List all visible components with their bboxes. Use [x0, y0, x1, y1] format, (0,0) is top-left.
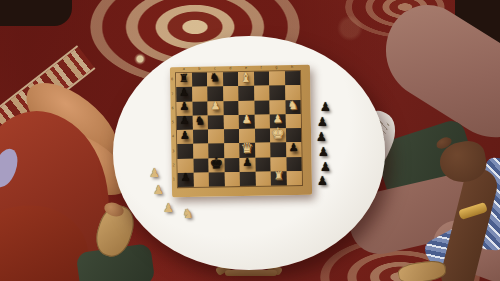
square-f5[interactable] [254, 114, 270, 129]
square-d2[interactable] [224, 158, 240, 173]
square-g4[interactable]: ♚ [270, 128, 286, 143]
square-f2[interactable] [255, 157, 271, 172]
square-h5[interactable] [285, 114, 301, 129]
square-b3[interactable] [193, 144, 209, 159]
file-label: g [275, 66, 277, 70]
white-k-piece[interactable]: ♚ [270, 126, 286, 141]
file-label: d [229, 67, 231, 71]
rank-label: 7 [171, 93, 175, 97]
square-b8[interactable] [191, 73, 207, 88]
black-p-piece[interactable]: ♟ [177, 114, 193, 129]
rank-label: 2 [173, 164, 177, 168]
square-h1[interactable] [286, 171, 302, 186]
square-f4[interactable] [254, 128, 270, 143]
white-r-piece[interactable]: ♜ [271, 169, 287, 184]
rank-label: 5 [172, 121, 176, 125]
square-e7[interactable] [238, 86, 254, 101]
square-h2[interactable] [286, 156, 302, 171]
black-n-piece[interactable]: ♞ [192, 113, 208, 128]
shadow-top-left [0, 0, 72, 26]
square-f6[interactable] [254, 100, 270, 115]
square-e5[interactable]: ♟ [239, 115, 255, 130]
rank-label: 6 [172, 107, 176, 111]
rank-label: 1 [173, 178, 177, 182]
black-p-piece[interactable]: ♟ [176, 85, 192, 100]
square-f8[interactable] [253, 72, 269, 87]
white-n-piece[interactable]: ♞ [285, 97, 301, 112]
square-e2[interactable]: ♟ [239, 157, 255, 172]
square-f7[interactable] [254, 86, 270, 101]
white-p-piece[interactable]: ♟ [207, 99, 223, 114]
captured-white-piece: ♞ [182, 206, 194, 221]
square-b5[interactable]: ♞ [192, 115, 208, 130]
square-f3[interactable] [255, 143, 271, 158]
captured-white-piece: ♟ [153, 183, 164, 197]
chessboard[interactable]: 87654321 abcdefgh ♜♞♝♟♟♟♞♟♞♟♟♟♚♛♟♚♟♟♜ [170, 65, 312, 197]
rug-rosette [133, 52, 147, 66]
square-c6[interactable]: ♟ [207, 101, 223, 116]
square-h8[interactable] [284, 71, 300, 86]
chess-photo-scene: 87654321 abcdefgh ♜♞♝♟♟♟♞♟♞♟♟♟♚♛♟♚♟♟♜ ♟♟… [0, 0, 500, 281]
black-p-piece[interactable]: ♟ [286, 140, 302, 155]
table-leg-brace [225, 270, 277, 276]
captured-white-piece: ♟ [149, 166, 160, 180]
square-e8[interactable]: ♝ [238, 72, 254, 87]
white-b-piece[interactable]: ♝ [238, 70, 254, 85]
captured-black-piece: ♟ [317, 174, 328, 188]
white-q-piece[interactable]: ♛ [239, 141, 255, 156]
file-label: f [261, 67, 262, 71]
square-d6[interactable] [223, 101, 239, 116]
square-b4[interactable] [192, 130, 208, 145]
square-h6[interactable]: ♞ [285, 99, 301, 114]
rank-label: 4 [172, 136, 176, 140]
rank-label: 3 [172, 150, 176, 154]
black-p-piece[interactable]: ♟ [239, 155, 255, 170]
captured-black-piece: ♟ [320, 100, 331, 114]
square-c1[interactable] [209, 172, 225, 187]
square-b7[interactable] [192, 87, 208, 102]
black-p-piece[interactable]: ♟ [177, 128, 193, 143]
square-f1[interactable] [255, 171, 271, 186]
black-p-piece[interactable]: ♟ [176, 99, 192, 114]
captured-black-piece: ♟ [316, 130, 327, 144]
square-g8[interactable] [269, 71, 285, 86]
square-c5[interactable] [208, 115, 224, 130]
black-k-piece[interactable]: ♚ [208, 156, 224, 171]
black-n-piece[interactable]: ♞ [207, 70, 223, 85]
board-grid[interactable]: ♜♞♝♟♟♟♞♟♞♟♟♟♚♛♟♚♟♟♜ [176, 71, 302, 187]
square-b1[interactable] [193, 172, 209, 187]
square-d3[interactable] [224, 143, 240, 158]
black-p-piece[interactable]: ♟ [178, 171, 194, 186]
square-d4[interactable] [223, 129, 239, 144]
white-p-piece[interactable]: ♟ [239, 113, 255, 128]
square-b2[interactable] [193, 158, 209, 173]
captured-black-piece: ♟ [318, 145, 329, 159]
square-d7[interactable] [223, 86, 239, 101]
square-d8[interactable] [222, 72, 238, 87]
square-h3[interactable]: ♟ [286, 142, 302, 157]
square-d5[interactable] [223, 115, 239, 130]
captured-black-piece: ♟ [320, 160, 331, 174]
square-d1[interactable] [224, 172, 240, 187]
square-g1[interactable]: ♜ [271, 171, 287, 186]
square-c4[interactable] [208, 129, 224, 144]
rank-label: 8 [171, 79, 175, 83]
file-label: b [198, 68, 200, 72]
square-g3[interactable] [270, 142, 286, 157]
square-e1[interactable] [240, 172, 256, 187]
captured-black-piece: ♟ [317, 115, 328, 129]
square-a3[interactable] [177, 144, 193, 159]
square-c2[interactable]: ♚ [208, 158, 224, 173]
square-c8[interactable]: ♞ [207, 72, 223, 87]
square-a4[interactable]: ♟ [177, 130, 193, 145]
file-label: h [291, 66, 293, 70]
square-g7[interactable] [269, 85, 285, 100]
captured-white-piece: ♟ [163, 201, 174, 215]
black-r-piece[interactable]: ♜ [176, 71, 192, 86]
square-a1[interactable]: ♟ [178, 173, 194, 188]
